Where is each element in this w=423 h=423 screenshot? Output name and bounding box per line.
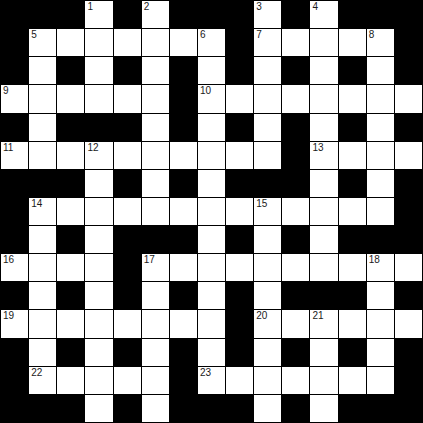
clue-number-20: 20 bbox=[256, 310, 267, 321]
black-cell-r8c2 bbox=[57, 226, 84, 253]
clue-number-18: 18 bbox=[369, 254, 380, 265]
white-cell-r9c3[interactable] bbox=[85, 254, 112, 281]
black-cell-r14c0 bbox=[1, 395, 28, 422]
white-cell-r11c10[interactable] bbox=[282, 310, 309, 337]
white-cell-r8c7[interactable] bbox=[198, 226, 225, 253]
white-cell-r5c1[interactable] bbox=[29, 142, 56, 169]
white-cell-r7c3[interactable] bbox=[85, 198, 112, 225]
white-cell-r12c11[interactable] bbox=[310, 339, 337, 366]
white-cell-r7c6[interactable] bbox=[170, 198, 197, 225]
white-cell-r11c9[interactable]: 20 bbox=[254, 310, 281, 337]
black-cell-r4c14 bbox=[395, 114, 422, 141]
black-cell-r11c8 bbox=[226, 310, 253, 337]
black-cell-r2c2 bbox=[57, 57, 84, 84]
clue-number-4: 4 bbox=[312, 1, 318, 12]
white-cell-r1c5[interactable] bbox=[142, 29, 169, 56]
white-cell-r12c1[interactable] bbox=[29, 339, 56, 366]
clue-number-23: 23 bbox=[200, 367, 211, 378]
clue-number-5: 5 bbox=[31, 29, 37, 40]
white-cell-r9c13[interactable]: 18 bbox=[367, 254, 394, 281]
black-cell-r7c0 bbox=[1, 198, 28, 225]
white-cell-r10c1[interactable] bbox=[29, 282, 56, 309]
black-cell-r14c2 bbox=[57, 395, 84, 422]
white-cell-r2c13[interactable] bbox=[367, 57, 394, 84]
white-cell-r5c7[interactable] bbox=[198, 142, 225, 169]
white-cell-r2c3[interactable] bbox=[85, 57, 112, 84]
white-cell-r5c8[interactable] bbox=[226, 142, 253, 169]
white-cell-r2c5[interactable] bbox=[142, 57, 169, 84]
black-cell-r0c2 bbox=[57, 1, 84, 28]
white-cell-r12c13[interactable] bbox=[367, 339, 394, 366]
white-cell-r9c14[interactable] bbox=[395, 254, 422, 281]
white-cell-r5c0[interactable]: 11 bbox=[1, 142, 28, 169]
black-cell-r14c12 bbox=[339, 395, 366, 422]
white-cell-r2c9[interactable] bbox=[254, 57, 281, 84]
white-cell-r10c5[interactable] bbox=[142, 282, 169, 309]
white-cell-r5c9[interactable] bbox=[254, 142, 281, 169]
white-cell-r10c13[interactable] bbox=[367, 282, 394, 309]
black-cell-r5c10 bbox=[282, 142, 309, 169]
black-cell-r10c12 bbox=[339, 282, 366, 309]
white-cell-r3c0[interactable]: 9 bbox=[1, 85, 28, 112]
white-cell-r12c3[interactable] bbox=[85, 339, 112, 366]
black-cell-r10c10 bbox=[282, 282, 309, 309]
white-cell-r0c3[interactable]: 1 bbox=[85, 1, 112, 28]
black-cell-r0c6 bbox=[170, 1, 197, 28]
white-cell-r11c13[interactable] bbox=[367, 310, 394, 337]
white-cell-r9c0[interactable]: 16 bbox=[1, 254, 28, 281]
white-cell-r1c6[interactable] bbox=[170, 29, 197, 56]
clue-number-17: 17 bbox=[144, 254, 155, 265]
white-cell-r3c3[interactable] bbox=[85, 85, 112, 112]
white-cell-r13c9[interactable] bbox=[254, 367, 281, 394]
black-cell-r12c12 bbox=[339, 339, 366, 366]
white-cell-r10c9[interactable] bbox=[254, 282, 281, 309]
black-cell-r4c3 bbox=[85, 114, 112, 141]
white-cell-r4c7[interactable] bbox=[198, 114, 225, 141]
black-cell-r10c0 bbox=[1, 282, 28, 309]
white-cell-r8c11[interactable] bbox=[310, 226, 337, 253]
white-cell-r5c12[interactable] bbox=[339, 142, 366, 169]
black-cell-r2c0 bbox=[1, 57, 28, 84]
black-cell-r13c0 bbox=[1, 367, 28, 394]
white-cell-r13c1[interactable]: 22 bbox=[29, 367, 56, 394]
black-cell-r0c0 bbox=[1, 1, 28, 28]
white-cell-r9c9[interactable] bbox=[254, 254, 281, 281]
white-cell-r6c3[interactable] bbox=[85, 170, 112, 197]
clue-number-15: 15 bbox=[256, 198, 267, 209]
white-cell-r5c6[interactable] bbox=[170, 142, 197, 169]
white-cell-r7c9[interactable]: 15 bbox=[254, 198, 281, 225]
black-cell-r8c5 bbox=[142, 226, 169, 253]
white-cell-r1c10[interactable] bbox=[282, 29, 309, 56]
black-cell-r6c6 bbox=[170, 170, 197, 197]
white-cell-r11c7[interactable] bbox=[198, 310, 225, 337]
black-cell-r6c4 bbox=[114, 170, 141, 197]
black-cell-r8c8 bbox=[226, 226, 253, 253]
white-cell-r12c5[interactable] bbox=[142, 339, 169, 366]
white-cell-r6c11[interactable] bbox=[310, 170, 337, 197]
white-cell-r13c8[interactable] bbox=[226, 367, 253, 394]
white-cell-r7c2[interactable] bbox=[57, 198, 84, 225]
black-cell-r12c10 bbox=[282, 339, 309, 366]
white-cell-r2c1[interactable] bbox=[29, 57, 56, 84]
white-cell-r3c11[interactable] bbox=[310, 85, 337, 112]
white-cell-r3c9[interactable] bbox=[254, 85, 281, 112]
black-cell-r10c6 bbox=[170, 282, 197, 309]
clue-number-19: 19 bbox=[3, 310, 14, 321]
white-cell-r5c5[interactable] bbox=[142, 142, 169, 169]
black-cell-r14c13 bbox=[367, 395, 394, 422]
white-cell-r6c7[interactable] bbox=[198, 170, 225, 197]
white-cell-r13c10[interactable] bbox=[282, 367, 309, 394]
black-cell-r2c8 bbox=[226, 57, 253, 84]
black-cell-r1c0 bbox=[1, 29, 28, 56]
clue-number-12: 12 bbox=[87, 142, 98, 153]
white-cell-r4c5[interactable] bbox=[142, 114, 169, 141]
black-cell-r8c0 bbox=[1, 226, 28, 253]
white-cell-r5c2[interactable] bbox=[57, 142, 84, 169]
black-cell-r1c14 bbox=[395, 29, 422, 56]
white-cell-r13c7[interactable]: 23 bbox=[198, 367, 225, 394]
white-cell-r2c7[interactable] bbox=[198, 57, 225, 84]
white-cell-r6c13[interactable] bbox=[367, 170, 394, 197]
white-cell-r0c5[interactable]: 2 bbox=[142, 1, 169, 28]
white-cell-r3c10[interactable] bbox=[282, 85, 309, 112]
white-cell-r7c5[interactable] bbox=[142, 198, 169, 225]
white-cell-r3c12[interactable] bbox=[339, 85, 366, 112]
white-cell-r1c11[interactable] bbox=[310, 29, 337, 56]
white-cell-r9c11[interactable] bbox=[310, 254, 337, 281]
clue-number-21: 21 bbox=[312, 310, 323, 321]
black-cell-r4c12 bbox=[339, 114, 366, 141]
white-cell-r3c2[interactable] bbox=[57, 85, 84, 112]
white-cell-r5c14[interactable] bbox=[395, 142, 422, 169]
white-cell-r2c11[interactable] bbox=[310, 57, 337, 84]
white-cell-r11c5[interactable] bbox=[142, 310, 169, 337]
clue-number-14: 14 bbox=[31, 198, 42, 209]
black-cell-r8c4 bbox=[114, 226, 141, 253]
white-cell-r13c13[interactable] bbox=[367, 367, 394, 394]
white-cell-r4c9[interactable] bbox=[254, 114, 281, 141]
white-cell-r1c4[interactable] bbox=[114, 29, 141, 56]
clue-number-1: 1 bbox=[87, 1, 93, 12]
black-cell-r8c12 bbox=[339, 226, 366, 253]
black-cell-r0c12 bbox=[339, 1, 366, 28]
white-cell-r1c12[interactable] bbox=[339, 29, 366, 56]
white-cell-r11c14[interactable] bbox=[395, 310, 422, 337]
black-cell-r4c6 bbox=[170, 114, 197, 141]
black-cell-r10c4 bbox=[114, 282, 141, 309]
black-cell-r10c8 bbox=[226, 282, 253, 309]
white-cell-r1c13[interactable]: 8 bbox=[367, 29, 394, 56]
black-cell-r8c6 bbox=[170, 226, 197, 253]
black-cell-r0c7 bbox=[198, 1, 225, 28]
white-cell-r4c13[interactable] bbox=[367, 114, 394, 141]
white-cell-r1c1[interactable]: 5 bbox=[29, 29, 56, 56]
black-cell-r4c4 bbox=[114, 114, 141, 141]
white-cell-r14c11[interactable] bbox=[310, 395, 337, 422]
clue-number-11: 11 bbox=[3, 142, 13, 153]
clue-number-13: 13 bbox=[312, 142, 323, 153]
black-cell-r14c7 bbox=[198, 395, 225, 422]
black-cell-r12c6 bbox=[170, 339, 197, 366]
black-cell-r14c8 bbox=[226, 395, 253, 422]
black-cell-r3c6 bbox=[170, 85, 197, 112]
clue-number-16: 16 bbox=[3, 254, 14, 265]
white-cell-r7c12[interactable] bbox=[339, 198, 366, 225]
white-cell-r11c2[interactable] bbox=[57, 310, 84, 337]
black-cell-r14c6 bbox=[170, 395, 197, 422]
white-cell-r13c5[interactable] bbox=[142, 367, 169, 394]
black-cell-r6c12 bbox=[339, 170, 366, 197]
black-cell-r2c4 bbox=[114, 57, 141, 84]
clue-number-8: 8 bbox=[369, 29, 375, 40]
clue-number-3: 3 bbox=[256, 1, 262, 12]
black-cell-r13c14 bbox=[395, 367, 422, 394]
white-cell-r3c1[interactable] bbox=[29, 85, 56, 112]
white-cell-r9c6[interactable] bbox=[170, 254, 197, 281]
black-cell-r6c2 bbox=[57, 170, 84, 197]
white-cell-r11c0[interactable]: 19 bbox=[1, 310, 28, 337]
white-cell-r14c9[interactable] bbox=[254, 395, 281, 422]
white-cell-r1c2[interactable] bbox=[57, 29, 84, 56]
white-cell-r3c13[interactable] bbox=[367, 85, 394, 112]
black-cell-r6c1 bbox=[29, 170, 56, 197]
black-cell-r1c8 bbox=[226, 29, 253, 56]
white-cell-r7c7[interactable] bbox=[198, 198, 225, 225]
black-cell-r0c8 bbox=[226, 1, 253, 28]
white-cell-r12c7[interactable] bbox=[198, 339, 225, 366]
white-cell-r13c2[interactable] bbox=[57, 367, 84, 394]
white-cell-r11c6[interactable] bbox=[170, 310, 197, 337]
white-cell-r14c5[interactable] bbox=[142, 395, 169, 422]
black-cell-r2c10 bbox=[282, 57, 309, 84]
black-cell-r4c10 bbox=[282, 114, 309, 141]
white-cell-r11c4[interactable] bbox=[114, 310, 141, 337]
white-cell-r10c3[interactable] bbox=[85, 282, 112, 309]
clue-number-6: 6 bbox=[200, 29, 206, 40]
white-cell-r8c1[interactable] bbox=[29, 226, 56, 253]
clue-number-10: 10 bbox=[200, 85, 211, 96]
clue-number-7: 7 bbox=[256, 29, 262, 40]
black-cell-r8c10 bbox=[282, 226, 309, 253]
black-cell-r14c10 bbox=[282, 395, 309, 422]
black-cell-r14c4 bbox=[114, 395, 141, 422]
white-cell-r3c5[interactable] bbox=[142, 85, 169, 112]
black-cell-r6c14 bbox=[395, 170, 422, 197]
black-cell-r2c14 bbox=[395, 57, 422, 84]
clue-number-2: 2 bbox=[144, 1, 150, 12]
white-cell-r1c7[interactable]: 6 bbox=[198, 29, 225, 56]
white-cell-r8c3[interactable] bbox=[85, 226, 112, 253]
white-cell-r11c1[interactable] bbox=[29, 310, 56, 337]
white-cell-r1c3[interactable] bbox=[85, 29, 112, 56]
black-cell-r6c9 bbox=[254, 170, 281, 197]
clue-number-9: 9 bbox=[3, 85, 9, 96]
white-cell-r7c4[interactable] bbox=[114, 198, 141, 225]
black-cell-r12c14 bbox=[395, 339, 422, 366]
black-cell-r4c0 bbox=[1, 114, 28, 141]
white-cell-r0c11[interactable]: 4 bbox=[310, 1, 337, 28]
black-cell-r0c14 bbox=[395, 1, 422, 28]
black-cell-r0c13 bbox=[367, 1, 394, 28]
white-cell-r7c8[interactable] bbox=[226, 198, 253, 225]
black-cell-r14c1 bbox=[29, 395, 56, 422]
black-cell-r0c4 bbox=[114, 1, 141, 28]
white-cell-r11c11[interactable]: 21 bbox=[310, 310, 337, 337]
black-cell-r10c11 bbox=[310, 282, 337, 309]
white-cell-r9c1[interactable] bbox=[29, 254, 56, 281]
black-cell-r8c13 bbox=[367, 226, 394, 253]
black-cell-r12c4 bbox=[114, 339, 141, 366]
white-cell-r5c4[interactable] bbox=[114, 142, 141, 169]
black-cell-r0c10 bbox=[282, 1, 309, 28]
white-cell-r13c4[interactable] bbox=[114, 367, 141, 394]
black-cell-r9c4 bbox=[114, 254, 141, 281]
white-cell-r5c11[interactable]: 13 bbox=[310, 142, 337, 169]
black-cell-r6c0 bbox=[1, 170, 28, 197]
black-cell-r2c6 bbox=[170, 57, 197, 84]
black-cell-r14c14 bbox=[395, 395, 422, 422]
white-cell-r11c3[interactable] bbox=[85, 310, 112, 337]
white-cell-r11c12[interactable] bbox=[339, 310, 366, 337]
white-cell-r0c9[interactable]: 3 bbox=[254, 1, 281, 28]
black-cell-r7c14 bbox=[395, 198, 422, 225]
white-cell-r9c2[interactable] bbox=[57, 254, 84, 281]
black-cell-r12c0 bbox=[1, 339, 28, 366]
black-cell-r0c1 bbox=[29, 1, 56, 28]
black-cell-r12c2 bbox=[57, 339, 84, 366]
white-cell-r9c10[interactable] bbox=[282, 254, 309, 281]
black-cell-r6c8 bbox=[226, 170, 253, 197]
white-cell-r6c5[interactable] bbox=[142, 170, 169, 197]
white-cell-r5c13[interactable] bbox=[367, 142, 394, 169]
white-cell-r5c3[interactable]: 12 bbox=[85, 142, 112, 169]
black-cell-r6c10 bbox=[282, 170, 309, 197]
white-cell-r1c9[interactable]: 7 bbox=[254, 29, 281, 56]
clue-number-22: 22 bbox=[31, 367, 42, 378]
white-cell-r7c10[interactable] bbox=[282, 198, 309, 225]
black-cell-r4c8 bbox=[226, 114, 253, 141]
black-cell-r10c14 bbox=[395, 282, 422, 309]
black-cell-r2c12 bbox=[339, 57, 366, 84]
white-cell-r13c11[interactable] bbox=[310, 367, 337, 394]
white-cell-r7c13[interactable] bbox=[367, 198, 394, 225]
white-cell-r13c3[interactable] bbox=[85, 367, 112, 394]
white-cell-r3c7[interactable]: 10 bbox=[198, 85, 225, 112]
white-cell-r13c12[interactable] bbox=[339, 367, 366, 394]
white-cell-r9c7[interactable] bbox=[198, 254, 225, 281]
white-cell-r3c14[interactable] bbox=[395, 85, 422, 112]
black-cell-r10c2 bbox=[57, 282, 84, 309]
black-cell-r8c14 bbox=[395, 226, 422, 253]
white-cell-r10c7[interactable] bbox=[198, 282, 225, 309]
white-cell-r12c9[interactable] bbox=[254, 339, 281, 366]
white-cell-r4c1[interactable] bbox=[29, 114, 56, 141]
black-cell-r12c8 bbox=[226, 339, 253, 366]
white-cell-r7c1[interactable]: 14 bbox=[29, 198, 56, 225]
white-cell-r7c11[interactable] bbox=[310, 198, 337, 225]
white-cell-r8c9[interactable] bbox=[254, 226, 281, 253]
white-cell-r3c4[interactable] bbox=[114, 85, 141, 112]
white-cell-r3c8[interactable] bbox=[226, 85, 253, 112]
white-cell-r4c11[interactable] bbox=[310, 114, 337, 141]
black-cell-r4c2 bbox=[57, 114, 84, 141]
white-cell-r9c5[interactable]: 17 bbox=[142, 254, 169, 281]
white-cell-r9c12[interactable] bbox=[339, 254, 366, 281]
white-cell-r14c3[interactable] bbox=[85, 395, 112, 422]
white-cell-r9c8[interactable] bbox=[226, 254, 253, 281]
black-cell-r13c6 bbox=[170, 367, 197, 394]
crossword-grid: 1234567891011121314151617181920212223 bbox=[0, 0, 423, 423]
